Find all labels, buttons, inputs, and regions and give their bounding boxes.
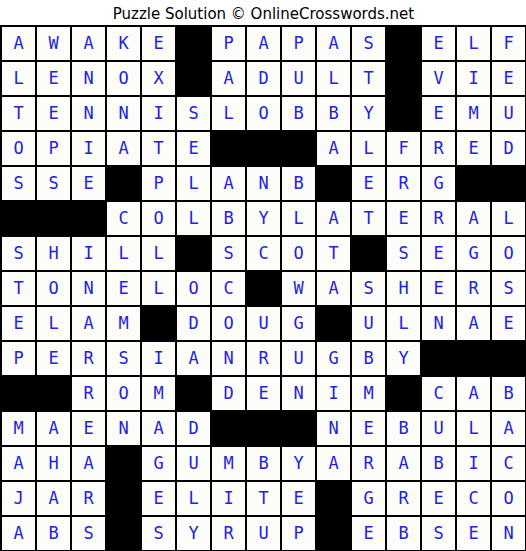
letter-cell: A — [457, 307, 490, 340]
letter-cell: F — [387, 132, 420, 165]
letter-cell: A — [212, 167, 245, 200]
letter-cell: S — [352, 27, 385, 60]
letter-cell: E — [422, 482, 455, 515]
black-cell — [317, 517, 350, 550]
letter-cell: O — [492, 237, 525, 270]
letter-cell: R — [352, 447, 385, 480]
letter-cell: O — [2, 132, 35, 165]
letter-cell: A — [317, 447, 350, 480]
letter-cell: I — [142, 97, 175, 130]
letter-cell: R — [72, 342, 105, 375]
letter-cell: R — [457, 272, 490, 305]
letter-cell: L — [492, 202, 525, 235]
letter-cell: T — [247, 482, 280, 515]
letter-cell: E — [107, 272, 140, 305]
letter-cell: F — [492, 27, 525, 60]
black-cell — [107, 517, 140, 550]
letter-cell: U — [492, 97, 525, 130]
letter-cell: R — [387, 167, 420, 200]
black-cell — [317, 307, 350, 340]
letter-cell: D — [212, 377, 245, 410]
black-cell — [387, 377, 420, 410]
letter-cell: I — [142, 342, 175, 375]
letter-cell: R — [212, 517, 245, 550]
letter-cell: A — [317, 272, 350, 305]
letter-cell: D — [247, 62, 280, 95]
letter-cell: A — [72, 447, 105, 480]
letter-cell: B — [247, 447, 280, 480]
letter-cell: E — [492, 307, 525, 340]
letter-cell: G — [282, 307, 315, 340]
letter-cell: I — [72, 237, 105, 270]
letter-cell: E — [37, 342, 70, 375]
letter-cell: W — [282, 272, 315, 305]
letter-cell: O — [247, 97, 280, 130]
puzzle-solution-page: Puzzle Solution © OnlineCrosswords.net A… — [0, 0, 526, 551]
letter-cell: G — [422, 167, 455, 200]
letter-cell: M — [212, 447, 245, 480]
letter-cell: S — [107, 342, 140, 375]
black-cell — [422, 342, 455, 375]
black-cell — [317, 167, 350, 200]
letter-cell: P — [37, 132, 70, 165]
letter-cell: J — [2, 482, 35, 515]
letter-cell: M — [142, 377, 175, 410]
letter-cell: B — [37, 517, 70, 550]
letter-cell: O — [177, 272, 210, 305]
letter-cell: R — [422, 202, 455, 235]
letter-cell: D — [177, 412, 210, 445]
letter-cell: E — [422, 97, 455, 130]
letter-cell: A — [317, 27, 350, 60]
letter-cell: L — [177, 167, 210, 200]
black-cell — [107, 447, 140, 480]
letter-cell: A — [2, 447, 35, 480]
letter-cell: E — [282, 482, 315, 515]
letter-cell: N — [72, 62, 105, 95]
letter-cell: E — [492, 62, 525, 95]
letter-cell: B — [387, 412, 420, 445]
letter-cell: N — [107, 97, 140, 130]
black-cell — [387, 62, 420, 95]
letter-cell: Y — [247, 202, 280, 235]
letter-cell: R — [72, 482, 105, 515]
black-cell — [177, 27, 210, 60]
letter-cell: S — [492, 272, 525, 305]
black-cell — [317, 482, 350, 515]
black-cell — [2, 202, 35, 235]
letter-cell: B — [492, 377, 525, 410]
letter-cell: G — [142, 447, 175, 480]
letter-cell: B — [282, 167, 315, 200]
letter-cell: H — [387, 272, 420, 305]
letter-cell: K — [107, 27, 140, 60]
letter-cell: B — [212, 202, 245, 235]
letter-cell: E — [37, 97, 70, 130]
letter-cell: A — [37, 412, 70, 445]
black-cell — [247, 272, 280, 305]
letter-cell: Y — [177, 517, 210, 550]
black-cell — [282, 132, 315, 165]
black-cell — [212, 132, 245, 165]
letter-cell: C — [422, 377, 455, 410]
letter-cell: M — [107, 307, 140, 340]
letter-cell: E — [352, 412, 385, 445]
letter-cell: A — [247, 27, 280, 60]
letter-cell: N — [107, 412, 140, 445]
letter-cell: C — [492, 447, 525, 480]
letter-cell: T — [317, 237, 350, 270]
letter-cell: M — [457, 97, 490, 130]
letter-cell: A — [387, 447, 420, 480]
letter-cell: L — [142, 237, 175, 270]
black-cell — [352, 237, 385, 270]
letter-cell: R — [387, 482, 420, 515]
letter-cell: E — [72, 167, 105, 200]
letter-cell: U — [282, 62, 315, 95]
black-cell — [2, 377, 35, 410]
letter-cell: P — [2, 342, 35, 375]
letter-cell: S — [2, 167, 35, 200]
letter-cell: E — [247, 377, 280, 410]
crossword-grid: AWAKEPAPASELFLENOXADULTVIETENNISLOBBYEMU… — [0, 25, 526, 551]
letter-cell: B — [422, 447, 455, 480]
letter-cell: D — [177, 307, 210, 340]
letter-cell: N — [72, 272, 105, 305]
letter-cell: O — [107, 377, 140, 410]
letter-cell: I — [457, 447, 490, 480]
letter-cell: O — [282, 237, 315, 270]
letter-cell: U — [247, 307, 280, 340]
letter-cell: E — [457, 132, 490, 165]
letter-cell: L — [317, 62, 350, 95]
letter-cell: S — [72, 517, 105, 550]
letter-cell: L — [177, 482, 210, 515]
letter-cell: Y — [282, 447, 315, 480]
letter-cell: M — [352, 377, 385, 410]
letter-cell: P — [212, 27, 245, 60]
letter-cell: B — [282, 97, 315, 130]
letter-cell: G — [317, 342, 350, 375]
letter-cell: A — [72, 307, 105, 340]
letter-cell: G — [352, 482, 385, 515]
letter-cell: O — [142, 202, 175, 235]
letter-cell: N — [317, 412, 350, 445]
letter-cell: P — [142, 167, 175, 200]
letter-cell: W — [37, 27, 70, 60]
letter-cell: I — [317, 377, 350, 410]
letter-cell: L — [177, 202, 210, 235]
letter-cell: U — [422, 412, 455, 445]
letter-cell: I — [212, 482, 245, 515]
black-cell — [177, 377, 210, 410]
letter-cell: A — [2, 27, 35, 60]
letter-cell: T — [352, 62, 385, 95]
letter-cell: O — [212, 307, 245, 340]
letter-cell: S — [212, 237, 245, 270]
letter-cell: E — [352, 517, 385, 550]
letter-cell: E — [422, 237, 455, 270]
letter-cell: A — [2, 517, 35, 550]
letter-cell: E — [457, 517, 490, 550]
black-cell — [247, 132, 280, 165]
letter-cell: A — [142, 412, 175, 445]
letter-cell: C — [247, 237, 280, 270]
letter-cell: E — [422, 27, 455, 60]
letter-cell: M — [2, 412, 35, 445]
letter-cell: L — [107, 237, 140, 270]
letter-cell: C — [107, 202, 140, 235]
letter-cell: H — [37, 447, 70, 480]
letter-cell: N — [422, 307, 455, 340]
letter-cell: R — [72, 377, 105, 410]
letter-cell: N — [492, 517, 525, 550]
letter-cell: H — [37, 237, 70, 270]
letter-cell: L — [457, 412, 490, 445]
letter-cell: E — [72, 412, 105, 445]
black-cell — [107, 482, 140, 515]
letter-cell: I — [457, 62, 490, 95]
letter-cell: L — [142, 272, 175, 305]
black-cell — [142, 307, 175, 340]
letter-cell: O — [37, 272, 70, 305]
letter-cell: S — [352, 272, 385, 305]
letter-cell: R — [247, 342, 280, 375]
letter-cell: U — [247, 517, 280, 550]
letter-cell: A — [317, 132, 350, 165]
letter-cell: A — [317, 202, 350, 235]
letter-cell: L — [37, 307, 70, 340]
letter-cell: Y — [387, 342, 420, 375]
letter-cell: U — [282, 342, 315, 375]
letter-cell: G — [457, 237, 490, 270]
letter-cell: X — [142, 62, 175, 95]
letter-cell: P — [282, 517, 315, 550]
letter-cell: A — [457, 202, 490, 235]
letter-cell: E — [142, 482, 175, 515]
letter-cell: A — [177, 342, 210, 375]
letter-cell: N — [247, 167, 280, 200]
letter-cell: S — [177, 97, 210, 130]
letter-cell: A — [457, 377, 490, 410]
letter-cell: L — [352, 132, 385, 165]
letter-cell: O — [492, 482, 525, 515]
letter-cell: S — [387, 237, 420, 270]
letter-cell: A — [72, 27, 105, 60]
letter-cell: T — [2, 97, 35, 130]
black-cell — [212, 412, 245, 445]
black-cell — [37, 202, 70, 235]
black-cell — [492, 167, 525, 200]
letter-cell: I — [72, 132, 105, 165]
letter-cell: E — [2, 307, 35, 340]
letter-cell: C — [457, 482, 490, 515]
letter-cell: A — [107, 132, 140, 165]
letter-cell: T — [352, 202, 385, 235]
letter-cell: B — [317, 97, 350, 130]
black-cell — [37, 377, 70, 410]
black-cell — [387, 97, 420, 130]
letter-cell: E — [387, 202, 420, 235]
letter-cell: B — [352, 342, 385, 375]
letter-cell: A — [37, 482, 70, 515]
letter-cell: Y — [352, 97, 385, 130]
letter-cell: T — [2, 272, 35, 305]
letter-cell: R — [422, 132, 455, 165]
letter-cell: L — [387, 307, 420, 340]
letter-cell: L — [282, 202, 315, 235]
page-title: Puzzle Solution © OnlineCrosswords.net — [0, 0, 526, 25]
letter-cell: L — [2, 62, 35, 95]
letter-cell: T — [142, 132, 175, 165]
letter-cell: L — [457, 27, 490, 60]
letter-cell: E — [37, 62, 70, 95]
letter-cell: S — [2, 237, 35, 270]
letter-cell: S — [142, 517, 175, 550]
black-cell — [72, 202, 105, 235]
letter-cell: N — [72, 97, 105, 130]
letter-cell: P — [282, 27, 315, 60]
letter-cell: E — [352, 167, 385, 200]
letter-cell: S — [37, 167, 70, 200]
letter-cell: D — [492, 132, 525, 165]
black-cell — [457, 167, 490, 200]
black-cell — [457, 342, 490, 375]
black-cell — [177, 62, 210, 95]
black-cell — [247, 412, 280, 445]
letter-cell: U — [177, 447, 210, 480]
black-cell — [387, 27, 420, 60]
letter-cell: E — [142, 27, 175, 60]
letter-cell: N — [282, 377, 315, 410]
black-cell — [177, 237, 210, 270]
letter-cell: O — [107, 62, 140, 95]
letter-cell: E — [177, 132, 210, 165]
letter-cell: V — [422, 62, 455, 95]
letter-cell: A — [492, 412, 525, 445]
letter-cell: L — [212, 97, 245, 130]
black-cell — [282, 412, 315, 445]
letter-cell: U — [352, 307, 385, 340]
letter-cell: S — [422, 517, 455, 550]
black-cell — [107, 167, 140, 200]
letter-cell: A — [212, 62, 245, 95]
letter-cell: E — [422, 272, 455, 305]
letter-cell: N — [212, 342, 245, 375]
black-cell — [492, 342, 525, 375]
letter-cell: C — [212, 272, 245, 305]
letter-cell: B — [387, 517, 420, 550]
